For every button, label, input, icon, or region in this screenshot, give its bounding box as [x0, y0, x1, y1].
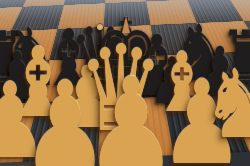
white-knight: ♞: [202, 58, 250, 152]
chess-photo: ABCDEFGH ♜♞♝♛♚♝♞♜♟♟♟♝♟♛♝♟♟♟♟♞: [0, 0, 250, 166]
pieces-layer: ♜♞♝♛♚♝♞♜♟♟♟♝♟♛♝♟♟♟♟♞: [0, 0, 250, 166]
